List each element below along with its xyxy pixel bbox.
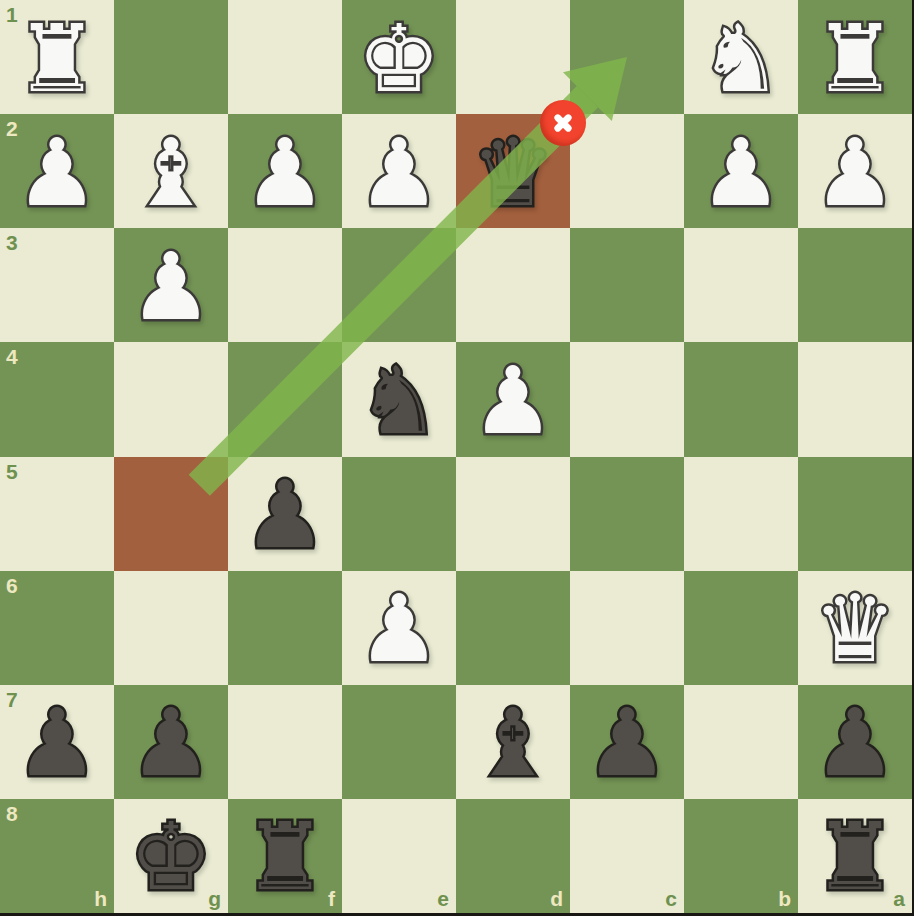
- file-label-c: c: [665, 888, 677, 909]
- square-e6[interactable]: ♟: [342, 571, 456, 685]
- square-b2[interactable]: ♟: [684, 114, 798, 228]
- square-d3[interactable]: [456, 228, 570, 342]
- square-h6[interactable]: 6: [0, 571, 114, 685]
- piece-black-bishop[interactable]: ♝: [471, 697, 554, 790]
- square-e2[interactable]: ♟: [342, 114, 456, 228]
- square-a8[interactable]: ♜a: [798, 799, 912, 913]
- piece-black-pawn[interactable]: ♟: [243, 469, 326, 562]
- square-c3[interactable]: [570, 228, 684, 342]
- square-b5[interactable]: [684, 457, 798, 571]
- piece-black-king[interactable]: ♚: [129, 811, 212, 904]
- piece-white-rook[interactable]: ♜: [15, 13, 98, 106]
- square-f8[interactable]: ♜f: [228, 799, 342, 913]
- file-label-e: e: [437, 888, 449, 909]
- piece-white-pawn[interactable]: ♟: [243, 127, 326, 220]
- square-e5[interactable]: [342, 457, 456, 571]
- square-h2[interactable]: ♟2: [0, 114, 114, 228]
- file-label-h: h: [94, 888, 107, 909]
- square-c8[interactable]: c: [570, 799, 684, 913]
- square-b3[interactable]: [684, 228, 798, 342]
- square-f7[interactable]: [228, 685, 342, 799]
- piece-white-pawn[interactable]: ♟: [129, 241, 212, 334]
- square-d5[interactable]: [456, 457, 570, 571]
- square-a5[interactable]: [798, 457, 912, 571]
- square-c4[interactable]: [570, 342, 684, 456]
- piece-black-rook[interactable]: ♜: [243, 811, 326, 904]
- square-b7[interactable]: [684, 685, 798, 799]
- square-f3[interactable]: [228, 228, 342, 342]
- square-b1[interactable]: ♞: [684, 0, 798, 114]
- square-a4[interactable]: [798, 342, 912, 456]
- square-g4[interactable]: [114, 342, 228, 456]
- square-b4[interactable]: [684, 342, 798, 456]
- piece-black-pawn[interactable]: ♟: [15, 697, 98, 790]
- piece-white-rook[interactable]: ♜: [813, 13, 896, 106]
- square-c5[interactable]: [570, 457, 684, 571]
- square-d1[interactable]: [456, 0, 570, 114]
- square-f2[interactable]: ♟: [228, 114, 342, 228]
- rank-label-6: 6: [6, 575, 18, 596]
- square-e8[interactable]: e: [342, 799, 456, 913]
- square-h7[interactable]: ♟7: [0, 685, 114, 799]
- square-g3[interactable]: ♟: [114, 228, 228, 342]
- square-a1[interactable]: ♜: [798, 0, 912, 114]
- piece-white-pawn[interactable]: ♟: [357, 127, 440, 220]
- square-e4[interactable]: ♞: [342, 342, 456, 456]
- rank-label-4: 4: [6, 346, 18, 367]
- piece-black-queen[interactable]: ♛: [471, 127, 554, 220]
- rank-label-3: 3: [6, 232, 18, 253]
- square-b6[interactable]: [684, 571, 798, 685]
- square-h5[interactable]: 5: [0, 457, 114, 571]
- square-g2[interactable]: ♝: [114, 114, 228, 228]
- square-f5[interactable]: ♟: [228, 457, 342, 571]
- file-label-b: b: [778, 888, 791, 909]
- piece-black-rook[interactable]: ♜: [813, 811, 896, 904]
- square-d7[interactable]: ♝: [456, 685, 570, 799]
- square-d4[interactable]: ♟: [456, 342, 570, 456]
- rank-label-5: 5: [6, 461, 18, 482]
- square-d6[interactable]: [456, 571, 570, 685]
- square-h1[interactable]: ♜1: [0, 0, 114, 114]
- square-h8[interactable]: 8h: [0, 799, 114, 913]
- piece-black-pawn[interactable]: ♟: [813, 697, 896, 790]
- square-a7[interactable]: ♟: [798, 685, 912, 799]
- square-g7[interactable]: ♟: [114, 685, 228, 799]
- square-h4[interactable]: 4: [0, 342, 114, 456]
- square-a3[interactable]: [798, 228, 912, 342]
- square-e7[interactable]: [342, 685, 456, 799]
- square-d8[interactable]: d: [456, 799, 570, 913]
- piece-black-pawn[interactable]: ♟: [585, 697, 668, 790]
- square-a2[interactable]: ♟: [798, 114, 912, 228]
- square-g6[interactable]: [114, 571, 228, 685]
- piece-white-knight[interactable]: ♞: [699, 13, 782, 106]
- square-c1[interactable]: [570, 0, 684, 114]
- square-b8[interactable]: b: [684, 799, 798, 913]
- chess-board: ♜1♚♞♜♟2♝♟♟♛♟♟3♟4♞♟5♟6♟♛♟7♟♝♟♟8h♚g♜fedcb♜…: [0, 0, 912, 913]
- piece-white-pawn[interactable]: ♟: [15, 127, 98, 220]
- piece-white-pawn[interactable]: ♟: [699, 127, 782, 220]
- square-d2[interactable]: ♛: [456, 114, 570, 228]
- square-g1[interactable]: [114, 0, 228, 114]
- piece-white-bishop[interactable]: ♝: [129, 127, 212, 220]
- square-h3[interactable]: 3: [0, 228, 114, 342]
- file-label-f: f: [328, 888, 335, 909]
- square-c6[interactable]: [570, 571, 684, 685]
- file-label-d: d: [550, 888, 563, 909]
- square-f4[interactable]: [228, 342, 342, 456]
- piece-white-king[interactable]: ♚: [357, 13, 440, 106]
- piece-white-pawn[interactable]: ♟: [357, 583, 440, 676]
- piece-white-pawn[interactable]: ♟: [471, 355, 554, 448]
- square-g5[interactable]: [114, 457, 228, 571]
- piece-black-pawn[interactable]: ♟: [129, 697, 212, 790]
- piece-white-pawn[interactable]: ♟: [813, 127, 896, 220]
- piece-black-knight[interactable]: ♞: [357, 355, 440, 448]
- square-f6[interactable]: [228, 571, 342, 685]
- square-f1[interactable]: [228, 0, 342, 114]
- square-a6[interactable]: ♛: [798, 571, 912, 685]
- square-e3[interactable]: [342, 228, 456, 342]
- rank-label-8: 8: [6, 803, 18, 824]
- square-c7[interactable]: ♟: [570, 685, 684, 799]
- square-g8[interactable]: ♚g: [114, 799, 228, 913]
- square-c2[interactable]: [570, 114, 684, 228]
- chess-board-frame: ♜1♚♞♜♟2♝♟♟♛♟♟3♟4♞♟5♟6♟♛♟7♟♝♟♟8h♚g♜fedcb♜…: [0, 0, 914, 916]
- piece-white-queen[interactable]: ♛: [813, 583, 896, 676]
- square-e1[interactable]: ♚: [342, 0, 456, 114]
